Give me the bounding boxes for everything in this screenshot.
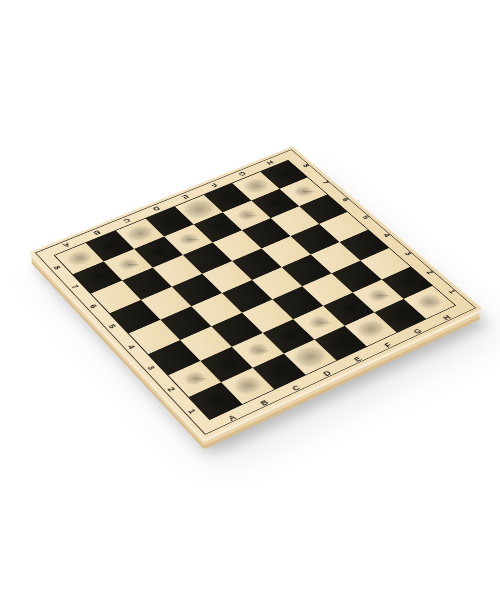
pieces-layer: ♜♞♝♛♚♝♞♜♟♟♟♟♟♟♟♟♟♟♟♟♟♟♟♟♜♞♝♛♚♝♞♜ — [55, 160, 455, 418]
black-pawn-glyph: ♟ — [231, 174, 262, 220]
black-pawn-glyph: ♟ — [173, 198, 204, 245]
product-photo: AABBCCDDEEFFGGHH1122334455667788 ♜♞♝♛♚♝♞… — [0, 0, 500, 600]
black-pawn-glyph: ♟ — [143, 210, 174, 257]
scene: AABBCCDDEEFFGGHH1122334455667788 ♜♞♝♛♚♝♞… — [0, 0, 500, 600]
board-face: AABBCCDDEEFFGGHH1122334455667788 ♜♞♝♛♚♝♞… — [29, 146, 482, 439]
black-pawn-glyph: ♟ — [260, 163, 290, 209]
black-pawn-glyph: ♟ — [288, 151, 318, 196]
black-pawn-glyph: ♟ — [202, 186, 233, 232]
black-pawn-glyph: ♟ — [112, 222, 144, 270]
black-pawn-glyph: ♟ — [82, 235, 114, 283]
chess-board: AABBCCDDEEFFGGHH1122334455667788 ♜♞♝♛♚♝♞… — [29, 146, 482, 439]
white-rook-glyph: ♜ — [196, 347, 236, 407]
